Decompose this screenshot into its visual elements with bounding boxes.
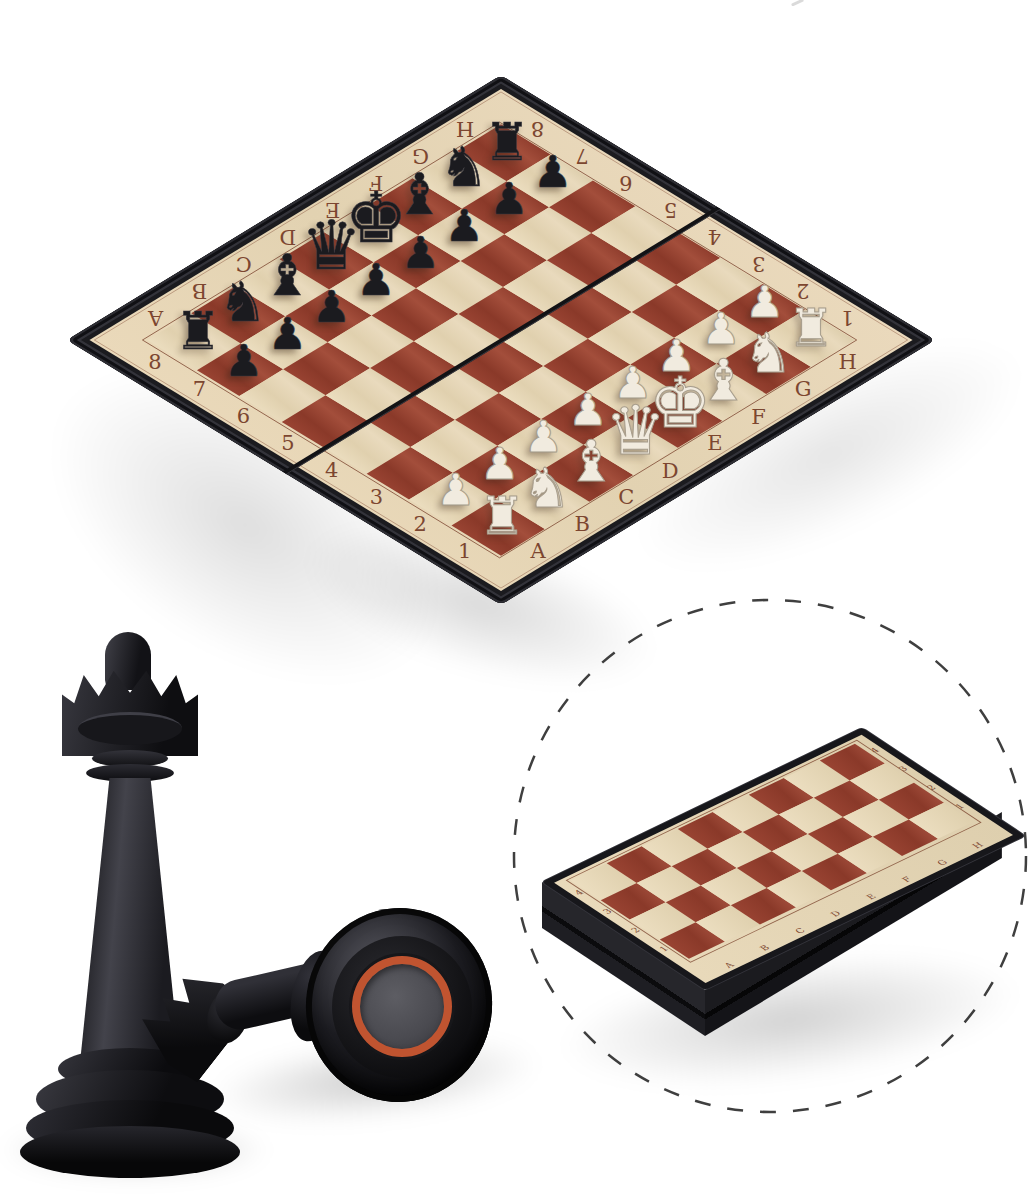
piece-black-pawn-e7: ♟ xyxy=(400,231,439,275)
piece-black-bishop-c8: ♝ xyxy=(261,247,312,304)
piece-white-pawn-b2: ♟ xyxy=(480,442,519,486)
piece-white-pawn-g2: ♟ xyxy=(701,307,740,351)
board-face: ABCDEFGH ABCDEFGH 87654321 87654321 ♜♞♝♛… xyxy=(89,89,912,591)
piece-white-pawn-d2: ♟ xyxy=(568,388,607,432)
piece-white-pawn-c2: ♟ xyxy=(524,415,563,459)
piece-white-bishop-c1: ♝ xyxy=(565,432,616,489)
piece-black-rook-a8: ♜ xyxy=(175,305,222,357)
watermark-mark xyxy=(791,0,804,7)
board-frame: ABCDEFGH ABCDEFGH 87654321 87654321 ♜♞♝♛… xyxy=(67,75,935,605)
piece-black-rook-h8: ♜ xyxy=(484,116,531,168)
magnet-ring xyxy=(352,956,452,1057)
piece-black-pawn-a7: ♟ xyxy=(224,339,263,383)
product-photo: ABCDEFGH ABCDEFGH 87654321 87654321 ♜♞♝♛… xyxy=(0,0,1036,1200)
piece-white-knight-b1: ♞ xyxy=(522,461,571,516)
piece-white-knight-g1: ♞ xyxy=(743,326,792,381)
piece-black-pawn-c7: ♟ xyxy=(312,285,351,329)
piece-black-pawn-f7: ♟ xyxy=(445,204,484,248)
piece-black-knight-g8: ♞ xyxy=(439,140,488,195)
piece-white-rook-h1: ♜ xyxy=(788,301,835,353)
piece-black-pawn-b7: ♟ xyxy=(268,312,307,356)
piece-white-pawn-a2: ♟ xyxy=(436,469,475,513)
piece-black-knight-b8: ♞ xyxy=(218,275,267,330)
chess-board: ABCDEFGH ABCDEFGH 87654321 87654321 ♜♞♝♛… xyxy=(67,75,935,605)
piece-white-rook-a1: ♜ xyxy=(479,490,526,542)
piece-white-pawn-h2: ♟ xyxy=(745,280,784,324)
black-queen-crown-ring xyxy=(78,712,182,745)
black-queen-base xyxy=(20,1126,240,1178)
piece-black-pawn-h7: ♟ xyxy=(533,150,572,194)
piece-black-pawn-d7: ♟ xyxy=(356,258,395,302)
piece-black-pawn-g7: ♟ xyxy=(489,177,528,221)
pieces-closeup xyxy=(0,600,520,1200)
